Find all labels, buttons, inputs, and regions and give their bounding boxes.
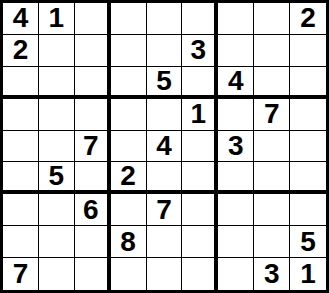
cell-r1c9-given[interactable]: 2 <box>290 3 326 35</box>
cell-r6c2-given[interactable]: 5 <box>39 162 75 194</box>
cell-r9c9-given[interactable]: 1 <box>290 258 326 290</box>
cell-r2c3-empty[interactable] <box>75 35 111 67</box>
cell-r2c5-empty[interactable] <box>147 35 183 67</box>
cell-r6c6-empty[interactable] <box>182 162 218 194</box>
cell-r2c8-empty[interactable] <box>254 35 290 67</box>
cell-r5c5-given[interactable]: 4 <box>147 131 183 163</box>
cell-r4c3-empty[interactable] <box>75 99 111 131</box>
cell-r9c8-given[interactable]: 3 <box>254 258 290 290</box>
cell-r2c6-given[interactable]: 3 <box>182 35 218 67</box>
cell-r3c1-empty[interactable] <box>3 67 39 99</box>
cell-r8c1-empty[interactable] <box>3 226 39 258</box>
cell-r1c8-empty[interactable] <box>254 3 290 35</box>
cell-r4c9-empty[interactable] <box>290 99 326 131</box>
cell-r2c9-empty[interactable] <box>290 35 326 67</box>
cell-r6c8-empty[interactable] <box>254 162 290 194</box>
cell-r2c1-given[interactable]: 2 <box>3 35 39 67</box>
cell-r4c5-empty[interactable] <box>147 99 183 131</box>
cell-r5c2-empty[interactable] <box>39 131 75 163</box>
cell-r6c4-given[interactable]: 2 <box>111 162 147 194</box>
cell-r1c5-empty[interactable] <box>147 3 183 35</box>
cell-r3c4-empty[interactable] <box>111 67 147 99</box>
cell-r1c4-empty[interactable] <box>111 3 147 35</box>
cell-r8c4-given[interactable]: 8 <box>111 226 147 258</box>
cell-r7c1-empty[interactable] <box>3 194 39 226</box>
cell-r6c7-empty[interactable] <box>218 162 254 194</box>
cell-r5c3-given[interactable]: 7 <box>75 131 111 163</box>
cell-r6c3-empty[interactable] <box>75 162 111 194</box>
cell-r5c6-empty[interactable] <box>182 131 218 163</box>
cell-r5c7-given[interactable]: 3 <box>218 131 254 163</box>
cell-r8c7-empty[interactable] <box>218 226 254 258</box>
cell-r7c5-given[interactable]: 7 <box>147 194 183 226</box>
cell-r1c1-given[interactable]: 4 <box>3 3 39 35</box>
cell-r5c8-empty[interactable] <box>254 131 290 163</box>
cell-r7c2-empty[interactable] <box>39 194 75 226</box>
cell-r6c1-empty[interactable] <box>3 162 39 194</box>
cell-r8c8-empty[interactable] <box>254 226 290 258</box>
cell-r4c7-empty[interactable] <box>218 99 254 131</box>
cell-r2c4-empty[interactable] <box>111 35 147 67</box>
cell-r3c8-empty[interactable] <box>254 67 290 99</box>
cell-r5c9-empty[interactable] <box>290 131 326 163</box>
cell-r8c9-given[interactable]: 5 <box>290 226 326 258</box>
cell-r7c3-given[interactable]: 6 <box>75 194 111 226</box>
cell-r7c8-empty[interactable] <box>254 194 290 226</box>
cell-r5c1-empty[interactable] <box>3 131 39 163</box>
cell-r2c7-empty[interactable] <box>218 35 254 67</box>
cell-r4c1-empty[interactable] <box>3 99 39 131</box>
cell-r7c7-empty[interactable] <box>218 194 254 226</box>
cell-r8c5-empty[interactable] <box>147 226 183 258</box>
cell-r5c4-empty[interactable] <box>111 131 147 163</box>
cell-r4c8-given[interactable]: 7 <box>254 99 290 131</box>
cell-r9c2-empty[interactable] <box>39 258 75 290</box>
cell-r9c6-empty[interactable] <box>182 258 218 290</box>
cell-r2c2-empty[interactable] <box>39 35 75 67</box>
cell-r7c9-empty[interactable] <box>290 194 326 226</box>
cell-r1c6-empty[interactable] <box>182 3 218 35</box>
cell-r6c9-empty[interactable] <box>290 162 326 194</box>
cell-r7c6-empty[interactable] <box>182 194 218 226</box>
cell-r9c1-given[interactable]: 7 <box>3 258 39 290</box>
cell-r9c7-empty[interactable] <box>218 258 254 290</box>
cell-r3c9-empty[interactable] <box>290 67 326 99</box>
cell-r9c3-empty[interactable] <box>75 258 111 290</box>
sudoku-board: 412235417743526785731 <box>0 0 329 293</box>
cell-r3c5-given[interactable]: 5 <box>147 67 183 99</box>
cell-r9c5-empty[interactable] <box>147 258 183 290</box>
cell-r4c2-empty[interactable] <box>39 99 75 131</box>
cell-r8c2-empty[interactable] <box>39 226 75 258</box>
cell-r9c4-empty[interactable] <box>111 258 147 290</box>
cell-r3c2-empty[interactable] <box>39 67 75 99</box>
cell-r1c3-empty[interactable] <box>75 3 111 35</box>
cell-r6c5-empty[interactable] <box>147 162 183 194</box>
cell-r4c4-empty[interactable] <box>111 99 147 131</box>
cell-r8c3-empty[interactable] <box>75 226 111 258</box>
cell-r7c4-empty[interactable] <box>111 194 147 226</box>
cell-r8c6-empty[interactable] <box>182 226 218 258</box>
cell-r3c3-empty[interactable] <box>75 67 111 99</box>
cell-r1c7-empty[interactable] <box>218 3 254 35</box>
cell-r4c6-given[interactable]: 1 <box>182 99 218 131</box>
cell-r3c7-given[interactable]: 4 <box>218 67 254 99</box>
cell-r1c2-given[interactable]: 1 <box>39 3 75 35</box>
cell-r3c6-empty[interactable] <box>182 67 218 99</box>
